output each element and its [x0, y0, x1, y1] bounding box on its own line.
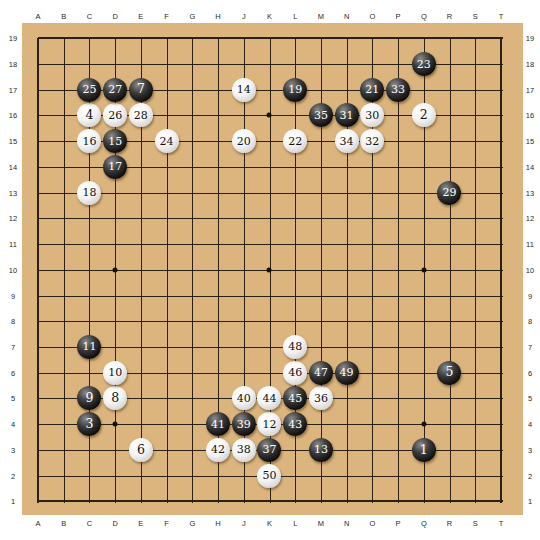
stone-white-o15: 32 — [360, 129, 384, 153]
stone-black-d14: 17 — [103, 155, 127, 179]
stone-white-h3: 42 — [206, 438, 230, 462]
stone-black-m3: 13 — [309, 438, 333, 462]
coord-label-right-2: 2 — [528, 471, 532, 480]
coord-label-top-b: B — [61, 12, 66, 21]
coord-label-bottom-c: C — [87, 519, 92, 528]
stones-grid: 1234567891011121314151617181920212223242… — [25, 25, 514, 514]
coord-label-bottom-g: G — [189, 519, 195, 528]
coord-label-right-3: 3 — [528, 445, 532, 454]
stone-white-k2: 50 — [257, 464, 281, 488]
stone-black-n16: 31 — [335, 103, 359, 127]
coord-label-top-c: C — [87, 12, 92, 21]
stone-white-e3: 6 — [129, 438, 153, 462]
stone-black-j4: 39 — [232, 412, 256, 436]
coord-label-top-o: O — [369, 12, 375, 21]
stone-black-c4: 3 — [77, 412, 101, 436]
stone-black-l4: 43 — [283, 412, 307, 436]
stone-black-n6: 49 — [335, 361, 359, 385]
stone-black-r13: 29 — [437, 181, 461, 205]
stone-white-f15: 24 — [155, 129, 179, 153]
coord-label-bottom-m: M — [318, 519, 324, 528]
coord-label-right-7: 7 — [528, 342, 532, 351]
coord-label-bottom-d: D — [112, 519, 117, 528]
stone-black-m16: 35 — [309, 103, 333, 127]
stone-black-k3: 37 — [257, 438, 281, 462]
coord-label-right-12: 12 — [526, 214, 534, 223]
coord-label-right-4: 4 — [528, 420, 532, 429]
stone-black-c17: 25 — [77, 78, 101, 102]
coord-label-bottom-e: E — [138, 519, 143, 528]
coord-label-left-8: 8 — [11, 317, 15, 326]
stone-black-r6: 5 — [437, 361, 461, 385]
coord-label-right-17: 17 — [526, 85, 534, 94]
coord-label-left-18: 18 — [9, 60, 17, 69]
stone-white-j3: 38 — [232, 438, 256, 462]
coord-label-right-16: 16 — [526, 111, 534, 120]
coord-label-left-6: 6 — [11, 368, 15, 377]
stone-white-l7: 48 — [283, 335, 307, 359]
coord-label-left-7: 7 — [11, 342, 15, 351]
stone-black-l5: 45 — [283, 386, 307, 410]
stone-white-m5: 36 — [309, 386, 333, 410]
coord-label-right-6: 6 — [528, 368, 532, 377]
coord-label-right-10: 10 — [526, 265, 534, 274]
coord-label-right-18: 18 — [526, 60, 534, 69]
coord-label-left-19: 19 — [9, 34, 17, 43]
coord-label-left-10: 10 — [9, 265, 17, 274]
stone-black-q3: 1 — [412, 438, 436, 462]
stone-black-h4: 41 — [206, 412, 230, 436]
stone-white-j15: 20 — [232, 129, 256, 153]
stone-white-e16: 28 — [129, 103, 153, 127]
stone-black-l17: 19 — [283, 78, 307, 102]
stone-white-d5: 8 — [103, 386, 127, 410]
coord-label-bottom-p: P — [396, 519, 401, 528]
coord-label-bottom-j: J — [242, 519, 246, 528]
stone-black-o17: 21 — [360, 78, 384, 102]
stone-white-k4: 12 — [257, 412, 281, 436]
coord-label-bottom-k: K — [267, 519, 272, 528]
go-board[interactable]: 1234567891011121314151617181920212223242… — [22, 23, 523, 515]
coord-label-bottom-t: T — [499, 519, 504, 528]
stone-white-c13: 18 — [77, 181, 101, 205]
coord-label-left-15: 15 — [9, 137, 17, 146]
coord-label-top-g: G — [189, 12, 195, 21]
coord-label-top-a: A — [35, 12, 40, 21]
coord-label-bottom-a: A — [35, 519, 40, 528]
stone-white-d6: 10 — [103, 361, 127, 385]
stone-white-n15: 34 — [335, 129, 359, 153]
coord-label-top-q: Q — [421, 12, 427, 21]
stone-black-c5: 9 — [77, 386, 101, 410]
stone-black-c7: 11 — [77, 335, 101, 359]
coord-label-left-12: 12 — [9, 214, 17, 223]
stone-white-j17: 14 — [232, 78, 256, 102]
coord-label-top-n: N — [344, 12, 349, 21]
coord-label-top-s: S — [473, 12, 478, 21]
stone-white-c15: 16 — [77, 129, 101, 153]
coord-label-left-1: 1 — [11, 497, 15, 506]
coord-label-left-2: 2 — [11, 471, 15, 480]
coord-label-right-19: 19 — [526, 34, 534, 43]
coord-label-left-11: 11 — [9, 240, 17, 249]
coord-label-top-j: J — [242, 12, 246, 21]
stone-white-l6: 46 — [283, 361, 307, 385]
coord-label-bottom-l: L — [293, 519, 297, 528]
coord-label-left-17: 17 — [9, 85, 17, 94]
stone-black-p17: 33 — [386, 78, 410, 102]
coord-label-right-13: 13 — [526, 188, 534, 197]
coord-label-bottom-o: O — [369, 519, 375, 528]
stone-white-j5: 40 — [232, 386, 256, 410]
stone-black-d17: 27 — [103, 78, 127, 102]
stone-white-d16: 26 — [103, 103, 127, 127]
coord-label-right-11: 11 — [526, 240, 534, 249]
coord-label-right-8: 8 — [528, 317, 532, 326]
stone-black-e17: 7 — [129, 78, 153, 102]
coord-label-right-5: 5 — [528, 394, 532, 403]
stone-black-d15: 15 — [103, 129, 127, 153]
coord-label-right-15: 15 — [526, 137, 534, 146]
stone-black-q18: 23 — [412, 52, 436, 76]
coord-label-top-l: L — [293, 12, 297, 21]
stone-white-c16: 4 — [77, 103, 101, 127]
coord-label-left-5: 5 — [11, 394, 15, 403]
coord-label-top-r: R — [447, 12, 452, 21]
coord-label-left-9: 9 — [11, 291, 15, 300]
coord-label-left-3: 3 — [11, 445, 15, 454]
coord-label-bottom-b: B — [61, 519, 66, 528]
coord-label-right-9: 9 — [528, 291, 532, 300]
stone-white-q16: 2 — [412, 103, 436, 127]
coord-label-top-d: D — [112, 12, 117, 21]
coord-label-bottom-n: N — [344, 519, 349, 528]
coord-label-bottom-q: Q — [421, 519, 427, 528]
coord-label-right-1: 1 — [528, 497, 532, 506]
coord-label-top-p: P — [396, 12, 401, 21]
coord-label-left-13: 13 — [9, 188, 17, 197]
coord-label-top-t: T — [499, 12, 504, 21]
coord-label-left-14: 14 — [9, 162, 17, 171]
stone-white-o16: 30 — [360, 103, 384, 127]
stone-black-m6: 47 — [309, 361, 333, 385]
go-diagram-screen: 1234567891011121314151617181920212223242… — [0, 0, 540, 540]
coord-label-bottom-h: H — [215, 519, 220, 528]
coord-label-top-m: M — [318, 12, 324, 21]
coord-label-left-4: 4 — [11, 420, 15, 429]
stone-white-k5: 44 — [257, 386, 281, 410]
stone-white-l15: 22 — [283, 129, 307, 153]
coord-label-top-e: E — [138, 12, 143, 21]
coord-label-top-f: F — [164, 12, 169, 21]
coord-label-bottom-r: R — [447, 519, 452, 528]
coord-label-top-h: H — [215, 12, 220, 21]
coord-label-bottom-f: F — [164, 519, 169, 528]
coord-label-right-14: 14 — [526, 162, 534, 171]
coord-label-left-16: 16 — [9, 111, 17, 120]
coord-label-bottom-s: S — [473, 519, 478, 528]
coord-label-top-k: K — [267, 12, 272, 21]
